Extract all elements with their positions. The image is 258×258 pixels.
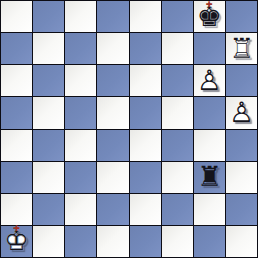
square-f1[interactable] [162, 226, 193, 257]
square-d7[interactable] [97, 33, 128, 64]
square-d1[interactable] [97, 226, 128, 257]
square-f3[interactable] [162, 162, 193, 193]
square-f7[interactable] [162, 33, 193, 64]
square-g5[interactable] [194, 97, 225, 128]
square-g3[interactable]: ♜ [194, 162, 225, 193]
square-f2[interactable] [162, 194, 193, 225]
square-c3[interactable] [65, 162, 96, 193]
black-piece-body: ♜ [195, 163, 223, 191]
square-e4[interactable] [130, 130, 161, 161]
square-a5[interactable] [1, 97, 32, 128]
square-c1[interactable] [65, 226, 96, 257]
white-king-piece: ♚♔✚ [3, 227, 31, 255]
square-g2[interactable] [194, 194, 225, 225]
square-g8[interactable]: ♚✚ [194, 1, 225, 32]
square-d2[interactable] [97, 194, 128, 225]
square-e5[interactable] [130, 97, 161, 128]
square-h6[interactable] [226, 65, 257, 96]
square-c8[interactable] [65, 1, 96, 32]
square-a4[interactable] [1, 130, 32, 161]
black-king-piece: ♚✚ [195, 3, 223, 31]
white-pawn-piece: ♟♙ [195, 67, 223, 95]
square-a2[interactable] [1, 194, 32, 225]
square-h1[interactable] [226, 226, 257, 257]
chess-board: ♚✚♜♖♟♙♟♙♜♚♔✚ [0, 0, 258, 258]
square-a6[interactable] [1, 65, 32, 96]
square-g1[interactable] [194, 226, 225, 257]
square-b7[interactable] [33, 33, 64, 64]
square-g7[interactable] [194, 33, 225, 64]
white-pawn-piece: ♟♙ [227, 99, 255, 127]
square-d6[interactable] [97, 65, 128, 96]
square-d8[interactable] [97, 1, 128, 32]
square-a8[interactable] [1, 1, 32, 32]
square-e3[interactable] [130, 162, 161, 193]
square-f8[interactable] [162, 1, 193, 32]
black-piece-body: ♚ [195, 3, 223, 31]
square-h3[interactable] [226, 162, 257, 193]
square-a1[interactable]: ♚♔✚ [1, 226, 32, 257]
square-h8[interactable] [226, 1, 257, 32]
square-b2[interactable] [33, 194, 64, 225]
square-b5[interactable] [33, 97, 64, 128]
square-c5[interactable] [65, 97, 96, 128]
white-piece-outline: ♙ [227, 99, 255, 127]
square-a7[interactable] [1, 33, 32, 64]
square-h7[interactable]: ♜♖ [226, 33, 257, 64]
square-b3[interactable] [33, 162, 64, 193]
square-b4[interactable] [33, 130, 64, 161]
square-d3[interactable] [97, 162, 128, 193]
black-rook-piece: ♜ [195, 163, 223, 191]
square-h2[interactable] [226, 194, 257, 225]
square-c4[interactable] [65, 130, 96, 161]
white-rook-piece: ♜♖ [227, 35, 255, 63]
square-g6[interactable]: ♟♙ [194, 65, 225, 96]
square-c6[interactable] [65, 65, 96, 96]
square-h5[interactable]: ♟♙ [226, 97, 257, 128]
square-c7[interactable] [65, 33, 96, 64]
square-e2[interactable] [130, 194, 161, 225]
square-e6[interactable] [130, 65, 161, 96]
square-a3[interactable] [1, 162, 32, 193]
square-f5[interactable] [162, 97, 193, 128]
square-e7[interactable] [130, 33, 161, 64]
square-e1[interactable] [130, 226, 161, 257]
square-b8[interactable] [33, 1, 64, 32]
white-piece-outline: ♙ [195, 67, 223, 95]
white-piece-outline: ♔ [3, 227, 31, 255]
square-b6[interactable] [33, 65, 64, 96]
square-f4[interactable] [162, 130, 193, 161]
square-e8[interactable] [130, 1, 161, 32]
square-c2[interactable] [65, 194, 96, 225]
white-piece-outline: ♖ [227, 35, 255, 63]
square-d5[interactable] [97, 97, 128, 128]
square-g4[interactable] [194, 130, 225, 161]
square-h4[interactable] [226, 130, 257, 161]
square-f6[interactable] [162, 65, 193, 96]
square-d4[interactable] [97, 130, 128, 161]
square-b1[interactable] [33, 226, 64, 257]
